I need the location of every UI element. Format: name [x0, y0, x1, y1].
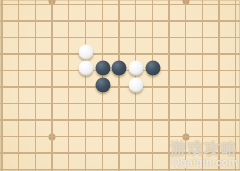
grid-line-vertical	[168, 0, 169, 171]
grid-line-vertical	[35, 0, 36, 171]
grid-line-vertical	[235, 0, 236, 171]
grid-line-vertical	[152, 0, 153, 171]
grid-line-vertical	[185, 0, 186, 171]
grid-line-vertical	[1, 0, 2, 171]
grid-line-vertical	[218, 0, 219, 171]
grid-line-vertical	[118, 0, 119, 171]
gomoku-board[interactable]: 游戏攻略 Qqaiqin.com	[0, 0, 240, 171]
watermark-url: Qqaiqin.com	[170, 157, 238, 169]
black-stone	[112, 61, 127, 76]
watermark: 游戏攻略 Qqaiqin.com	[170, 141, 238, 169]
white-stone	[129, 77, 144, 92]
grid-line-vertical	[68, 0, 69, 171]
grid-line-vertical	[51, 0, 52, 171]
grid-line-vertical	[202, 0, 203, 171]
white-stone	[79, 44, 94, 59]
watermark-title: 游戏攻略	[170, 141, 238, 158]
black-stone	[95, 61, 110, 76]
black-stone	[145, 61, 160, 76]
white-stone	[79, 61, 94, 76]
black-stone	[95, 77, 110, 92]
grid-line-vertical	[18, 0, 19, 171]
white-stone	[129, 61, 144, 76]
grid-line-vertical	[85, 0, 86, 171]
